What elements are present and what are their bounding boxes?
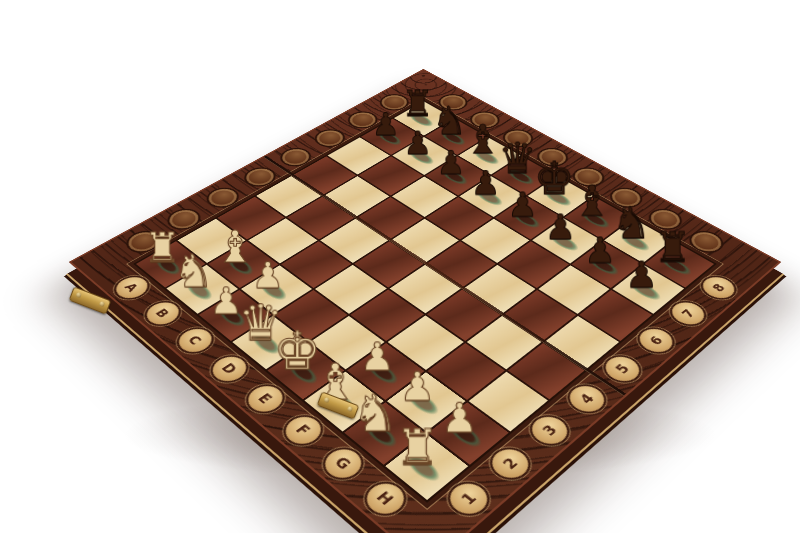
rank-label-text: 2: [500, 455, 522, 472]
chess-board: ♜♞♝♛♚♝♞♜♟♟♟♟♟♟♟♟♝♟♟♟♟♜♞♟♛♚♝♞♜ A1B2C3D4E5…: [71, 70, 778, 533]
white-rook-h1[interactable]: ♜: [387, 424, 450, 473]
rank-label-text: 3: [539, 422, 561, 438]
board-grid: ♜♞♝♛♚♝♞♜♟♟♟♟♟♟♟♟♝♟♟♟♟♜♞♟♛♚♝♞♜: [133, 100, 717, 503]
rank-label-text: 4: [577, 391, 598, 406]
rank-label-text: 7: [678, 306, 698, 319]
rank-label-text: 6: [646, 333, 666, 347]
scene: ♜♞♝♛♚♝♞♜♟♟♟♟♟♟♟♟♝♟♟♟♟♜♞♟♛♚♝♞♜ A1B2C3D4E5…: [0, 0, 800, 533]
rank-label-text: 5: [612, 361, 633, 376]
rank-label-text: 1: [458, 489, 481, 507]
rank-label-text: 8: [709, 281, 729, 294]
black-pawn-h7[interactable]: ♟: [615, 258, 669, 294]
